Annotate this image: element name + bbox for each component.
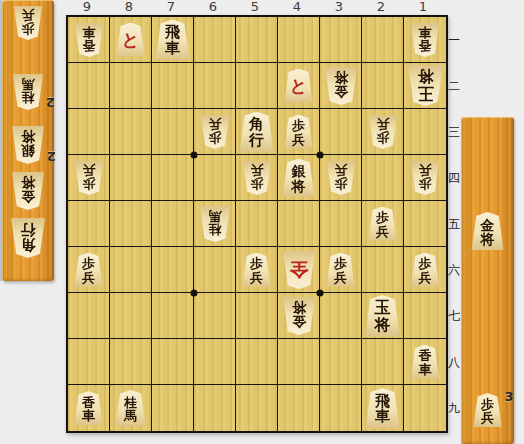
gote-silver-piece[interactable]: 銀 将 — [11, 126, 45, 164]
square-1-8[interactable]: 香 車 — [404, 339, 446, 385]
square-7-7[interactable] — [152, 293, 194, 339]
square-3-9[interactable] — [320, 385, 362, 431]
gote-hand-bishop: 角 行 — [10, 218, 46, 258]
piece-kanji: 香 車 — [82, 396, 95, 423]
square-4-2[interactable]: と — [278, 63, 320, 109]
rank-label-4: 四 — [448, 155, 460, 201]
sente-silver-piece[interactable]: 銀 将 — [282, 159, 316, 197]
square-8-8[interactable] — [110, 339, 152, 385]
piece-kanji: 桂 馬 — [22, 78, 35, 105]
square-5-5[interactable] — [236, 201, 278, 247]
square-7-2[interactable] — [152, 63, 194, 109]
piece-kanji: 銀 将 — [21, 130, 35, 159]
captured-count: 3 — [504, 389, 513, 404]
sente-pawn-piece[interactable]: 歩 兵 — [74, 253, 104, 287]
square-7-4[interactable] — [152, 155, 194, 201]
square-4-1[interactable] — [278, 17, 320, 63]
square-2-8[interactable] — [362, 339, 404, 385]
square-1-7[interactable] — [404, 293, 446, 339]
square-8-4[interactable] — [110, 155, 152, 201]
square-8-3[interactable] — [110, 109, 152, 155]
gote-bishop-piece[interactable]: 角 行 — [10, 218, 46, 258]
piece-kanji: 全 — [289, 259, 308, 278]
square-6-5[interactable]: 桂 馬 — [194, 201, 236, 247]
sente-lance-piece[interactable]: 香 車 — [410, 345, 440, 379]
gote-knight-piece[interactable]: 桂 馬 — [12, 74, 44, 110]
piece-kanji: 金 将 — [292, 300, 306, 329]
square-5-7[interactable] — [236, 293, 278, 339]
square-2-5[interactable]: 歩 兵 — [362, 201, 404, 247]
square-4-4[interactable]: 銀 将 — [278, 155, 320, 201]
square-4-8[interactable] — [278, 339, 320, 385]
file-label-5: 5 — [234, 0, 276, 15]
rank-coordinates: 一二三四五六七八九 — [448, 17, 460, 431]
square-1-3[interactable] — [404, 109, 446, 155]
square-8-2[interactable] — [110, 63, 152, 109]
square-2-9[interactable]: 飛 車 — [362, 385, 404, 431]
gote-hand-knight: 桂 馬2 — [12, 74, 44, 110]
square-6-4[interactable] — [194, 155, 236, 201]
piece-kanji: 角 行 — [249, 117, 264, 148]
square-9-8[interactable] — [68, 339, 110, 385]
piece-kanji: 歩 兵 — [334, 163, 347, 190]
square-5-4[interactable]: 歩 兵 — [236, 155, 278, 201]
square-1-5[interactable] — [404, 201, 446, 247]
square-1-2[interactable]: 王 将 — [404, 63, 446, 109]
square-9-9[interactable]: 香 車 — [68, 385, 110, 431]
captured-count: 2 — [46, 95, 55, 110]
sente-hand-pawn: 歩 兵3 — [473, 393, 503, 427]
square-3-8[interactable] — [320, 339, 362, 385]
sente-pawn-piece[interactable]: 歩 兵 — [284, 115, 314, 149]
square-2-6[interactable] — [362, 247, 404, 293]
gote-pawn-piece[interactable]: 歩 兵 — [326, 161, 356, 195]
rank-label-2: 二 — [448, 63, 460, 109]
piece-kanji: 王 将 — [417, 68, 433, 101]
square-9-6[interactable]: 歩 兵 — [68, 247, 110, 293]
square-6-7[interactable] — [194, 293, 236, 339]
square-7-8[interactable] — [152, 339, 194, 385]
square-6-1[interactable] — [194, 17, 236, 63]
square-6-8[interactable] — [194, 339, 236, 385]
piece-kanji: 金 将 — [21, 176, 35, 205]
shogi-board: 香 車と飛 車香 車と金 将王 将歩 兵角 行歩 兵歩 兵歩 兵歩 兵銀 将歩 … — [66, 15, 448, 433]
gote-pawn-piece[interactable]: 歩 兵 — [242, 161, 272, 195]
sente-lance-piece[interactable]: 香 車 — [74, 391, 104, 425]
gote-lance-piece[interactable]: 香 車 — [410, 23, 440, 57]
gote-captured-stand: 歩 兵桂 馬2銀 将2金 将角 行 — [2, 0, 54, 281]
square-9-2[interactable] — [68, 63, 110, 109]
square-3-2[interactable]: 金 将 — [320, 63, 362, 109]
square-4-9[interactable] — [278, 385, 320, 431]
gote-pawn-piece[interactable]: 歩 兵 — [13, 6, 43, 40]
piece-kanji: 歩 兵 — [250, 257, 263, 284]
square-2-4[interactable] — [362, 155, 404, 201]
square-2-7[interactable]: 玉 将 — [362, 293, 404, 339]
square-5-6[interactable]: 歩 兵 — [236, 247, 278, 293]
board-grid: 香 車と飛 車香 車と金 将王 将歩 兵角 行歩 兵歩 兵歩 兵歩 兵銀 将歩 … — [68, 17, 446, 431]
gote-gold-piece[interactable]: 金 将 — [324, 67, 358, 105]
gote-king-piece[interactable]: 王 将 — [407, 65, 444, 106]
gote-hand-gold: 金 将 — [11, 172, 45, 210]
piece-kanji: 歩 兵 — [481, 398, 494, 425]
square-5-8[interactable] — [236, 339, 278, 385]
rank-label-5: 五 — [448, 201, 460, 247]
sente-knight-piece[interactable]: 桂 馬 — [115, 390, 147, 426]
square-3-6[interactable]: 歩 兵 — [320, 247, 362, 293]
sente-tokin-piece[interactable]: と — [116, 23, 146, 57]
sente-rook-piece[interactable]: 飛 車 — [365, 388, 401, 428]
square-5-3[interactable]: 角 行 — [236, 109, 278, 155]
square-8-6[interactable] — [110, 247, 152, 293]
piece-kanji: 香 車 — [82, 25, 95, 52]
file-label-2: 2 — [360, 0, 402, 15]
piece-kanji: 歩 兵 — [292, 119, 305, 146]
square-9-3[interactable] — [68, 109, 110, 155]
piece-kanji: 飛 車 — [375, 394, 390, 425]
square-3-3[interactable] — [320, 109, 362, 155]
square-9-1[interactable]: 香 車 — [68, 17, 110, 63]
rank-label-9: 九 — [448, 385, 460, 431]
square-7-6[interactable] — [152, 247, 194, 293]
square-7-3[interactable] — [152, 109, 194, 155]
sente-king-piece[interactable]: 玉 将 — [364, 295, 401, 336]
square-2-2[interactable] — [362, 63, 404, 109]
piece-kanji: 玉 将 — [375, 300, 391, 333]
gote-pawn-piece[interactable]: 歩 兵 — [410, 161, 440, 195]
piece-kanji: 銀 将 — [292, 164, 306, 193]
piece-kanji: 歩 兵 — [82, 163, 95, 190]
square-8-5[interactable] — [110, 201, 152, 247]
square-8-7[interactable] — [110, 293, 152, 339]
piece-kanji: 歩 兵 — [419, 163, 432, 190]
square-4-3[interactable]: 歩 兵 — [278, 109, 320, 155]
sente-gold-piece[interactable]: 金 将 — [471, 212, 505, 250]
piece-kanji: 金 将 — [481, 218, 495, 247]
sente-pawn-piece[interactable]: 歩 兵 — [368, 207, 398, 241]
piece-kanji: 歩 兵 — [82, 257, 95, 284]
gote-pawn-piece[interactable]: 歩 兵 — [200, 115, 230, 149]
square-8-9[interactable]: 桂 馬 — [110, 385, 152, 431]
square-8-1[interactable]: と — [110, 17, 152, 63]
square-2-1[interactable] — [362, 17, 404, 63]
rank-label-8: 八 — [448, 339, 460, 385]
square-7-1[interactable]: 飛 車 — [152, 17, 194, 63]
sente-pawn-piece[interactable]: 歩 兵 — [242, 253, 272, 287]
gote-pawn-piece[interactable]: 歩 兵 — [368, 115, 398, 149]
rank-label-1: 一 — [448, 17, 460, 63]
square-5-1[interactable] — [236, 17, 278, 63]
file-label-8: 8 — [108, 0, 150, 15]
piece-kanji: 飛 車 — [165, 25, 180, 56]
square-5-2[interactable] — [236, 63, 278, 109]
shogi-app: 歩 兵桂 馬2銀 将2金 将角 行 香 車と飛 車香 車と金 将王 将歩 兵角 … — [0, 0, 524, 444]
square-2-3[interactable]: 歩 兵 — [362, 109, 404, 155]
piece-kanji: 歩 兵 — [250, 163, 263, 190]
piece-kanji: と — [122, 32, 139, 49]
square-7-9[interactable] — [152, 385, 194, 431]
square-5-9[interactable] — [236, 385, 278, 431]
sente-rook-piece[interactable]: 飛 車 — [155, 20, 191, 60]
file-label-3: 3 — [318, 0, 360, 15]
sente-pawn-piece[interactable]: 歩 兵 — [473, 393, 503, 427]
piece-kanji: 歩 兵 — [208, 117, 221, 144]
square-3-5[interactable] — [320, 201, 362, 247]
piece-kanji: 香 車 — [419, 25, 432, 52]
square-4-6[interactable]: 全 — [278, 247, 320, 293]
sente-tokin-piece[interactable]: と — [284, 69, 314, 103]
gote-lance-piece[interactable]: 香 車 — [74, 23, 104, 57]
gote-hand-silver: 銀 将2 — [11, 126, 45, 164]
square-6-2[interactable] — [194, 63, 236, 109]
square-3-4[interactable]: 歩 兵 — [320, 155, 362, 201]
piece-kanji: 角 行 — [21, 222, 36, 253]
piece-kanji: 桂 馬 — [208, 209, 221, 236]
square-9-5[interactable] — [68, 201, 110, 247]
piece-kanji: 歩 兵 — [376, 117, 389, 144]
rank-label-6: 六 — [448, 247, 460, 293]
piece-kanji: 歩 兵 — [22, 9, 35, 36]
square-1-9[interactable] — [404, 385, 446, 431]
file-label-9: 9 — [66, 0, 108, 15]
square-9-7[interactable] — [68, 293, 110, 339]
sente-hand-gold: 金 将 — [471, 212, 505, 250]
sente-captured-stand: 金 将歩 兵3 — [461, 117, 514, 444]
file-label-4: 4 — [276, 0, 318, 15]
piece-kanji: と — [290, 78, 307, 95]
file-coordinates: 987654321 — [66, 0, 448, 15]
square-3-1[interactable] — [320, 17, 362, 63]
square-1-6[interactable]: 歩 兵 — [404, 247, 446, 293]
square-7-5[interactable] — [152, 201, 194, 247]
piece-kanji: 桂 馬 — [124, 396, 137, 423]
square-6-9[interactable] — [194, 385, 236, 431]
square-1-1[interactable]: 香 車 — [404, 17, 446, 63]
square-3-7[interactable] — [320, 293, 362, 339]
square-6-3[interactable]: 歩 兵 — [194, 109, 236, 155]
piece-kanji: 歩 兵 — [419, 257, 432, 284]
square-1-4[interactable]: 歩 兵 — [404, 155, 446, 201]
file-label-1: 1 — [402, 0, 444, 15]
square-6-6[interactable] — [194, 247, 236, 293]
square-9-4[interactable]: 歩 兵 — [68, 155, 110, 201]
file-label-6: 6 — [192, 0, 234, 15]
rank-label-7: 七 — [448, 293, 460, 339]
gote-pawn-piece[interactable]: 歩 兵 — [74, 161, 104, 195]
gote-knight-piece[interactable]: 桂 馬 — [199, 206, 231, 242]
sente-pawn-piece[interactable]: 歩 兵 — [326, 253, 356, 287]
piece-kanji: 歩 兵 — [334, 257, 347, 284]
gote-promoted-silver-piece[interactable]: 全 — [282, 251, 316, 289]
square-4-7[interactable]: 金 将 — [278, 293, 320, 339]
piece-kanji: 金 将 — [334, 70, 348, 99]
gote-gold-piece[interactable]: 金 将 — [11, 172, 45, 210]
captured-count: 2 — [47, 149, 56, 164]
gote-hand-pawn: 歩 兵 — [13, 6, 43, 40]
file-label-7: 7 — [150, 0, 192, 15]
piece-kanji: 歩 兵 — [376, 211, 389, 238]
sente-bishop-piece[interactable]: 角 行 — [239, 112, 275, 152]
gote-gold-piece[interactable]: 金 将 — [282, 297, 316, 335]
square-4-5[interactable] — [278, 201, 320, 247]
piece-kanji: 香 車 — [419, 349, 432, 376]
sente-pawn-piece[interactable]: 歩 兵 — [410, 253, 440, 287]
rank-label-3: 三 — [448, 109, 460, 155]
